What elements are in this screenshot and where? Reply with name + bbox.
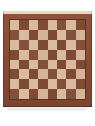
square-g7[interactable] xyxy=(66,30,75,40)
square-d8[interactable] xyxy=(38,20,47,30)
square-b5[interactable] xyxy=(19,50,28,60)
square-c3[interactable] xyxy=(29,69,38,79)
square-f6[interactable] xyxy=(57,40,66,50)
square-f2[interactable] xyxy=(57,79,66,89)
square-g8[interactable] xyxy=(66,20,75,30)
square-g1[interactable] xyxy=(66,89,75,99)
square-g6[interactable] xyxy=(66,40,75,50)
square-f7[interactable] xyxy=(57,30,66,40)
square-f5[interactable] xyxy=(57,50,66,60)
square-c6[interactable] xyxy=(29,40,38,50)
square-b7[interactable] xyxy=(19,30,28,40)
square-b4[interactable] xyxy=(19,60,28,70)
square-d5[interactable] xyxy=(38,50,47,60)
square-c2[interactable] xyxy=(29,79,38,89)
square-h3[interactable] xyxy=(76,69,85,79)
square-e3[interactable] xyxy=(48,69,57,79)
square-f3[interactable] xyxy=(57,69,66,79)
square-a7[interactable] xyxy=(10,30,19,40)
square-h4[interactable] xyxy=(76,60,85,70)
square-e4[interactable] xyxy=(48,60,57,70)
square-h6[interactable] xyxy=(76,40,85,50)
board-playing-field xyxy=(9,19,86,100)
chess-board xyxy=(3,11,92,107)
square-b1[interactable] xyxy=(19,89,28,99)
square-c8[interactable] xyxy=(29,20,38,30)
square-a1[interactable] xyxy=(10,89,19,99)
square-e5[interactable] xyxy=(48,50,57,60)
square-a3[interactable] xyxy=(10,69,19,79)
square-d1[interactable] xyxy=(38,89,47,99)
square-h5[interactable] xyxy=(76,50,85,60)
square-h1[interactable] xyxy=(76,89,85,99)
square-g3[interactable] xyxy=(66,69,75,79)
square-f1[interactable] xyxy=(57,89,66,99)
square-b2[interactable] xyxy=(19,79,28,89)
square-g4[interactable] xyxy=(66,60,75,70)
square-g2[interactable] xyxy=(66,79,75,89)
board-shadow xyxy=(7,108,88,110)
square-c4[interactable] xyxy=(29,60,38,70)
square-d2[interactable] xyxy=(38,79,47,89)
square-h7[interactable] xyxy=(76,30,85,40)
product-photo xyxy=(0,0,95,126)
square-h2[interactable] xyxy=(76,79,85,89)
square-e8[interactable] xyxy=(48,20,57,30)
square-a5[interactable] xyxy=(10,50,19,60)
square-d3[interactable] xyxy=(38,69,47,79)
square-a6[interactable] xyxy=(10,40,19,50)
square-b6[interactable] xyxy=(19,40,28,50)
square-g5[interactable] xyxy=(66,50,75,60)
square-f8[interactable] xyxy=(57,20,66,30)
square-b3[interactable] xyxy=(19,69,28,79)
square-d6[interactable] xyxy=(38,40,47,50)
square-d7[interactable] xyxy=(38,30,47,40)
square-e1[interactable] xyxy=(48,89,57,99)
square-h8[interactable] xyxy=(76,20,85,30)
square-a8[interactable] xyxy=(10,20,19,30)
square-b8[interactable] xyxy=(19,20,28,30)
square-d4[interactable] xyxy=(38,60,47,70)
square-e2[interactable] xyxy=(48,79,57,89)
square-c7[interactable] xyxy=(29,30,38,40)
square-a2[interactable] xyxy=(10,79,19,89)
square-e6[interactable] xyxy=(48,40,57,50)
square-e7[interactable] xyxy=(48,30,57,40)
square-f4[interactable] xyxy=(57,60,66,70)
square-c5[interactable] xyxy=(29,50,38,60)
square-c1[interactable] xyxy=(29,89,38,99)
square-a4[interactable] xyxy=(10,60,19,70)
